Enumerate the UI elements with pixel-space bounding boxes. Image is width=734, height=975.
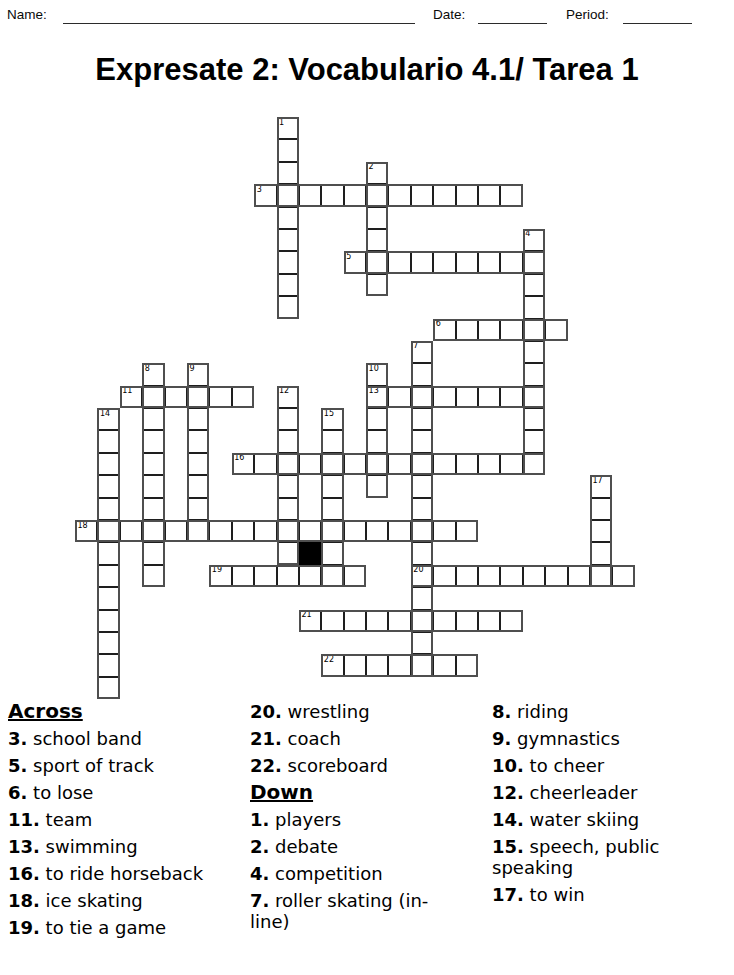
clue-column-1: Across3. school band5. sport of track6. … [8, 701, 244, 944]
grid-cell[interactable] [321, 542, 343, 564]
clue-number-label: 16. [8, 863, 40, 884]
grid-cell[interactable] [366, 430, 388, 452]
grid-cell[interactable]: 2 [366, 162, 388, 184]
grid-cell[interactable] [277, 498, 299, 520]
clue-13-across: 13. swimming [8, 836, 244, 857]
grid-cell[interactable] [142, 430, 164, 452]
grid-cell[interactable] [232, 565, 254, 587]
clue-number-label: 17. [492, 884, 524, 905]
clue-3-across: 3. school band [8, 728, 244, 749]
grid-cell[interactable] [277, 475, 299, 497]
grid-cell[interactable] [187, 475, 209, 497]
grid-cell[interactable] [97, 520, 119, 542]
grid-cell[interactable] [411, 542, 433, 564]
grid-cell[interactable] [523, 363, 545, 385]
grid-cell[interactable] [277, 229, 299, 251]
grid-cell[interactable] [456, 453, 478, 475]
clue-number: 15 [324, 410, 334, 418]
clue-number-label: 10. [492, 755, 524, 776]
clue-number-label: 3. [8, 728, 27, 749]
clue-20-across: 20. wrestling [250, 701, 452, 722]
clue-9-down: 9. gymnastics [492, 728, 700, 749]
grid-cell[interactable]: 21 [299, 610, 321, 632]
grid-cell[interactable] [411, 430, 433, 452]
clue-text: wrestling [282, 701, 370, 722]
clue-21-across: 21. coach [250, 728, 452, 749]
grid-cell[interactable] [321, 430, 343, 452]
grid-cell[interactable] [590, 565, 612, 587]
grid-cell[interactable] [433, 565, 455, 587]
clue-number-label: 7. [250, 890, 269, 911]
clue-number: 16 [234, 454, 244, 462]
clue-column-2: 20. wrestling21. coach22. scoreboardDown… [250, 701, 452, 938]
clue-17-down: 17. to win [492, 884, 700, 905]
clue-number: 3 [257, 186, 262, 194]
clue-text: riding [511, 701, 568, 722]
period-label: Period: [566, 7, 609, 22]
clue-number: 6 [436, 320, 441, 328]
blocked-cell [299, 542, 321, 564]
across-heading: Across [8, 701, 244, 722]
clue-number: 12 [279, 387, 289, 395]
grid-cell[interactable] [523, 341, 545, 363]
clue-text: roller skating (in-line) [250, 890, 428, 932]
clue-number-label: 2. [250, 836, 269, 857]
clue-column-3: 8. riding9. gymnastics10. to cheer12. ch… [492, 701, 700, 911]
grid-cell[interactable] [366, 274, 388, 296]
clue-number-label: 1. [250, 809, 269, 830]
grid-cell[interactable] [523, 408, 545, 430]
name-label: Name: [7, 7, 47, 22]
grid-cell[interactable] [187, 408, 209, 430]
grid-cell[interactable] [411, 610, 433, 632]
clue-number-label: 8. [492, 701, 511, 722]
grid-cell[interactable] [612, 565, 634, 587]
grid-cell[interactable]: 13 [366, 386, 388, 408]
grid-cell[interactable] [456, 184, 478, 206]
grid-cell[interactable] [321, 498, 343, 520]
grid-cell[interactable] [120, 520, 142, 542]
grid-cell[interactable] [97, 453, 119, 475]
grid-cell[interactable] [523, 386, 545, 408]
clue-number-label: 9. [492, 728, 511, 749]
grid-cell[interactable] [411, 632, 433, 654]
clue-19-across: 19. to tie a game [8, 917, 244, 938]
clue-number-label: 20. [250, 701, 282, 722]
clue-number: 5 [346, 253, 351, 261]
clue-number-label: 5. [8, 755, 27, 776]
grid-cell[interactable] [97, 632, 119, 654]
clue-text: to tie a game [40, 917, 166, 938]
clue-5-across: 5. sport of track [8, 755, 244, 776]
grid-cell[interactable] [142, 542, 164, 564]
clue-4-down: 4. competition [250, 863, 452, 884]
grid-cell[interactable] [523, 430, 545, 452]
grid-cell[interactable] [478, 386, 500, 408]
clue-2-down: 2. debate [250, 836, 452, 857]
grid-cell[interactable] [97, 677, 119, 699]
grid-cell[interactable] [209, 520, 231, 542]
grid-cell[interactable] [411, 386, 433, 408]
grid-cell[interactable]: 18 [75, 520, 97, 542]
grid-cell[interactable] [388, 520, 410, 542]
grid-cell[interactable] [411, 184, 433, 206]
clue-text: ice skating [40, 890, 143, 911]
grid-cell[interactable] [97, 542, 119, 564]
grid-cell[interactable] [411, 520, 433, 542]
period-field-line [623, 23, 692, 24]
grid-cell[interactable] [321, 475, 343, 497]
grid-cell[interactable]: 12 [277, 386, 299, 408]
grid-cell[interactable] [500, 251, 522, 273]
clue-text: sport of track [27, 755, 154, 776]
grid-cell[interactable] [523, 565, 545, 587]
clue-number-label: 19. [8, 917, 40, 938]
grid-cell[interactable] [456, 565, 478, 587]
clue-12-down: 12. cheerleader [492, 782, 700, 803]
clue-number: 18 [78, 522, 88, 530]
clue-number-label: 13. [8, 836, 40, 857]
grid-cell[interactable] [433, 654, 455, 676]
grid-cell[interactable] [500, 319, 522, 341]
grid-cell[interactable] [277, 139, 299, 161]
grid-cell[interactable] [523, 319, 545, 341]
clue-number: 11 [122, 387, 132, 395]
grid-cell[interactable]: 10 [366, 363, 388, 385]
grid-cell[interactable] [165, 386, 187, 408]
grid-cell[interactable] [232, 386, 254, 408]
page-title: Expresate 2: Vocabulario 4.1/ Tarea 1 [0, 50, 734, 90]
clue-text: water skiing [524, 809, 639, 830]
grid-cell[interactable] [277, 565, 299, 587]
grid-cell[interactable] [97, 610, 119, 632]
grid-cell[interactable] [590, 498, 612, 520]
grid-cell[interactable] [142, 475, 164, 497]
clue-text: to win [524, 884, 585, 905]
clue-text: swimming [40, 836, 138, 857]
grid-cell[interactable] [478, 251, 500, 273]
grid-cell[interactable] [545, 319, 567, 341]
clue-6-across: 6. to lose [8, 782, 244, 803]
clue-7-down: 7. roller skating (in-line) [250, 890, 452, 932]
grid-cell[interactable] [366, 520, 388, 542]
grid-cell[interactable] [523, 274, 545, 296]
grid-cell[interactable] [321, 565, 343, 587]
clue-number: 22 [324, 656, 334, 664]
grid-cell[interactable] [142, 498, 164, 520]
clue-text: to ride horseback [40, 863, 203, 884]
grid-cell[interactable] [277, 184, 299, 206]
grid-cell[interactable] [433, 251, 455, 273]
grid-cell[interactable] [277, 207, 299, 229]
clue-number: 4 [525, 230, 530, 238]
grid-cell[interactable]: 7 [411, 341, 433, 363]
grid-cell[interactable]: 11 [120, 386, 142, 408]
grid-cell[interactable]: 9 [187, 363, 209, 385]
grid-cell[interactable] [411, 654, 433, 676]
grid-cell[interactable] [478, 565, 500, 587]
grid-cell[interactable] [97, 475, 119, 497]
grid-cell[interactable] [500, 565, 522, 587]
clue-number-label: 12. [492, 782, 524, 803]
grid-cell[interactable]: 8 [142, 363, 164, 385]
grid-cell[interactable] [500, 610, 522, 632]
clue-text: competition [269, 863, 382, 884]
grid-cell[interactable] [277, 408, 299, 430]
grid-cell[interactable] [277, 542, 299, 564]
grid-cell[interactable] [590, 542, 612, 564]
grid-cell[interactable] [366, 408, 388, 430]
grid-cell[interactable] [523, 453, 545, 475]
grid-cell[interactable] [500, 184, 522, 206]
grid-cell[interactable] [187, 386, 209, 408]
clue-number: 2 [369, 163, 374, 171]
grid-cell[interactable] [388, 610, 410, 632]
grid-cell[interactable] [388, 453, 410, 475]
grid-cell[interactable] [299, 565, 321, 587]
grid-cell[interactable] [456, 654, 478, 676]
grid-cell[interactable] [433, 520, 455, 542]
clue-number: 1 [279, 119, 284, 127]
grid-cell[interactable] [187, 498, 209, 520]
grid-cell[interactable] [344, 610, 366, 632]
grid-cell[interactable] [388, 251, 410, 273]
grid-cell[interactable] [411, 408, 433, 430]
grid-cell[interactable] [277, 274, 299, 296]
clue-number-label: 22. [250, 755, 282, 776]
grid-cell[interactable] [277, 453, 299, 475]
clue-number: 17 [592, 477, 602, 485]
clue-10-down: 10. to cheer [492, 755, 700, 776]
grid-cell[interactable] [344, 184, 366, 206]
clue-number: 7 [413, 342, 418, 350]
grid-cell[interactable] [97, 498, 119, 520]
name-field-line [63, 23, 415, 24]
grid-cell[interactable]: 5 [344, 251, 366, 273]
grid-cell[interactable] [411, 587, 433, 609]
grid-cell[interactable] [142, 453, 164, 475]
grid-cell[interactable] [478, 184, 500, 206]
grid-cell[interactable]: 20 [411, 565, 433, 587]
clue-number: 13 [369, 387, 379, 395]
grid-cell[interactable] [277, 162, 299, 184]
clue-number-label: 18. [8, 890, 40, 911]
grid-cell[interactable] [545, 565, 567, 587]
grid-cell[interactable]: 1 [277, 117, 299, 139]
clue-8-down: 8. riding [492, 701, 700, 722]
grid-cell[interactable] [411, 498, 433, 520]
grid-cell[interactable] [142, 520, 164, 542]
grid-cell[interactable] [523, 251, 545, 273]
grid-cell[interactable] [456, 610, 478, 632]
clue-number-label: 21. [250, 728, 282, 749]
clue-number: 21 [301, 611, 311, 619]
grid-cell[interactable] [209, 386, 231, 408]
grid-cell[interactable] [366, 610, 388, 632]
grid-cell[interactable] [187, 520, 209, 542]
grid-cell[interactable] [232, 520, 254, 542]
grid-cell[interactable] [500, 453, 522, 475]
grid-cell[interactable] [97, 430, 119, 452]
grid-cell[interactable] [478, 610, 500, 632]
clue-text: gymnastics [511, 728, 619, 749]
clue-number-label: 15. [492, 836, 524, 857]
clue-text: players [269, 809, 341, 830]
crossword-grid: 12345678910111213141516171819202122 [75, 117, 635, 699]
grid-cell[interactable] [254, 453, 276, 475]
grid-cell[interactable] [277, 251, 299, 273]
grid-cell[interactable] [344, 565, 366, 587]
grid-cell[interactable] [299, 184, 321, 206]
grid-cell[interactable] [500, 386, 522, 408]
grid-cell[interactable] [344, 654, 366, 676]
clue-1-down: 1. players [250, 809, 452, 830]
grid-cell[interactable]: 3 [254, 184, 276, 206]
clue-text: cheerleader [524, 782, 638, 803]
clue-number: 14 [100, 410, 110, 418]
clue-number-label: 11. [8, 809, 40, 830]
grid-cell[interactable] [523, 296, 545, 318]
down-heading: Down [250, 782, 452, 803]
grid-cell[interactable] [456, 319, 478, 341]
grid-cell[interactable]: 19 [209, 565, 231, 587]
clue-text: team [40, 809, 92, 830]
grid-cell[interactable] [388, 386, 410, 408]
grid-cell[interactable] [187, 430, 209, 452]
grid-cell[interactable] [456, 386, 478, 408]
grid-cell[interactable] [187, 453, 209, 475]
grid-cell[interactable] [478, 453, 500, 475]
grid-cell[interactable] [433, 386, 455, 408]
clue-22-across: 22. scoreboard [250, 755, 452, 776]
grid-cell[interactable] [388, 184, 410, 206]
grid-cell[interactable] [142, 386, 164, 408]
grid-cell[interactable] [97, 587, 119, 609]
grid-cell[interactable] [254, 565, 276, 587]
clue-15-down: 15. speech, public speaking [492, 836, 700, 878]
grid-cell[interactable] [142, 408, 164, 430]
clue-16-across: 16. to ride horseback [8, 863, 244, 884]
clue-number-label: 6. [8, 782, 27, 803]
grid-cell[interactable]: 16 [232, 453, 254, 475]
clue-14-down: 14. water skiing [492, 809, 700, 830]
grid-cell[interactable] [366, 453, 388, 475]
grid-cell[interactable] [277, 296, 299, 318]
grid-cell[interactable] [366, 207, 388, 229]
grid-cell[interactable] [433, 610, 455, 632]
grid-cell[interactable] [366, 251, 388, 273]
grid-cell[interactable]: 4 [523, 229, 545, 251]
grid-cell[interactable] [344, 520, 366, 542]
grid-cell[interactable] [366, 654, 388, 676]
grid-cell[interactable] [254, 520, 276, 542]
clue-number-label: 4. [250, 863, 269, 884]
date-field-line [478, 23, 547, 24]
grid-cell[interactable] [411, 475, 433, 497]
date-label: Date: [433, 7, 465, 22]
clue-text: school band [27, 728, 141, 749]
grid-cell[interactable] [142, 565, 164, 587]
grid-cell[interactable] [366, 229, 388, 251]
clue-number-label: 14. [492, 809, 524, 830]
clue-text: scoreboard [282, 755, 388, 776]
grid-cell[interactable]: 22 [321, 654, 343, 676]
clue-18-across: 18. ice skating [8, 890, 244, 911]
clue-number: 10 [369, 365, 379, 373]
grid-cell[interactable] [411, 363, 433, 385]
grid-cell[interactable]: 6 [433, 319, 455, 341]
grid-cell[interactable]: 15 [321, 408, 343, 430]
grid-cell[interactable] [321, 453, 343, 475]
grid-cell[interactable] [366, 184, 388, 206]
clue-11-across: 11. team [8, 809, 244, 830]
clue-number: 9 [189, 365, 194, 373]
grid-cell[interactable] [568, 565, 590, 587]
clue-text: to lose [27, 782, 93, 803]
grid-cell[interactable] [299, 453, 321, 475]
grid-cell[interactable] [97, 654, 119, 676]
grid-cell[interactable] [433, 184, 455, 206]
grid-cell[interactable] [366, 475, 388, 497]
grid-cell[interactable] [411, 251, 433, 273]
clue-text: coach [282, 728, 341, 749]
clue-number: 19 [212, 566, 222, 574]
clue-number: 8 [145, 365, 150, 373]
grid-cell[interactable]: 17 [590, 475, 612, 497]
grid-cell[interactable] [299, 520, 321, 542]
grid-cell[interactable] [321, 610, 343, 632]
grid-cell[interactable] [590, 520, 612, 542]
clue-text: to cheer [524, 755, 604, 776]
grid-cell[interactable] [433, 453, 455, 475]
clue-text: debate [269, 836, 338, 857]
grid-cell[interactable] [277, 430, 299, 452]
grid-cell[interactable] [277, 520, 299, 542]
grid-cell[interactable] [456, 520, 478, 542]
grid-cell[interactable] [388, 654, 410, 676]
grid-cell[interactable] [478, 319, 500, 341]
grid-cell[interactable] [344, 453, 366, 475]
grid-cell[interactable] [411, 453, 433, 475]
grid-cell[interactable] [456, 251, 478, 273]
grid-cell[interactable] [321, 184, 343, 206]
grid-cell[interactable]: 14 [97, 408, 119, 430]
clue-number: 20 [413, 566, 423, 574]
grid-cell[interactable] [97, 565, 119, 587]
grid-cell[interactable] [321, 520, 343, 542]
grid-cell[interactable] [165, 520, 187, 542]
